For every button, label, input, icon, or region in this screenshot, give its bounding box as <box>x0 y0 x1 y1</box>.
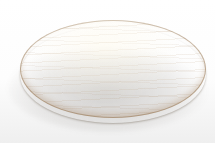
board-grid <box>16 25 199 103</box>
photo-scene <box>0 0 215 143</box>
